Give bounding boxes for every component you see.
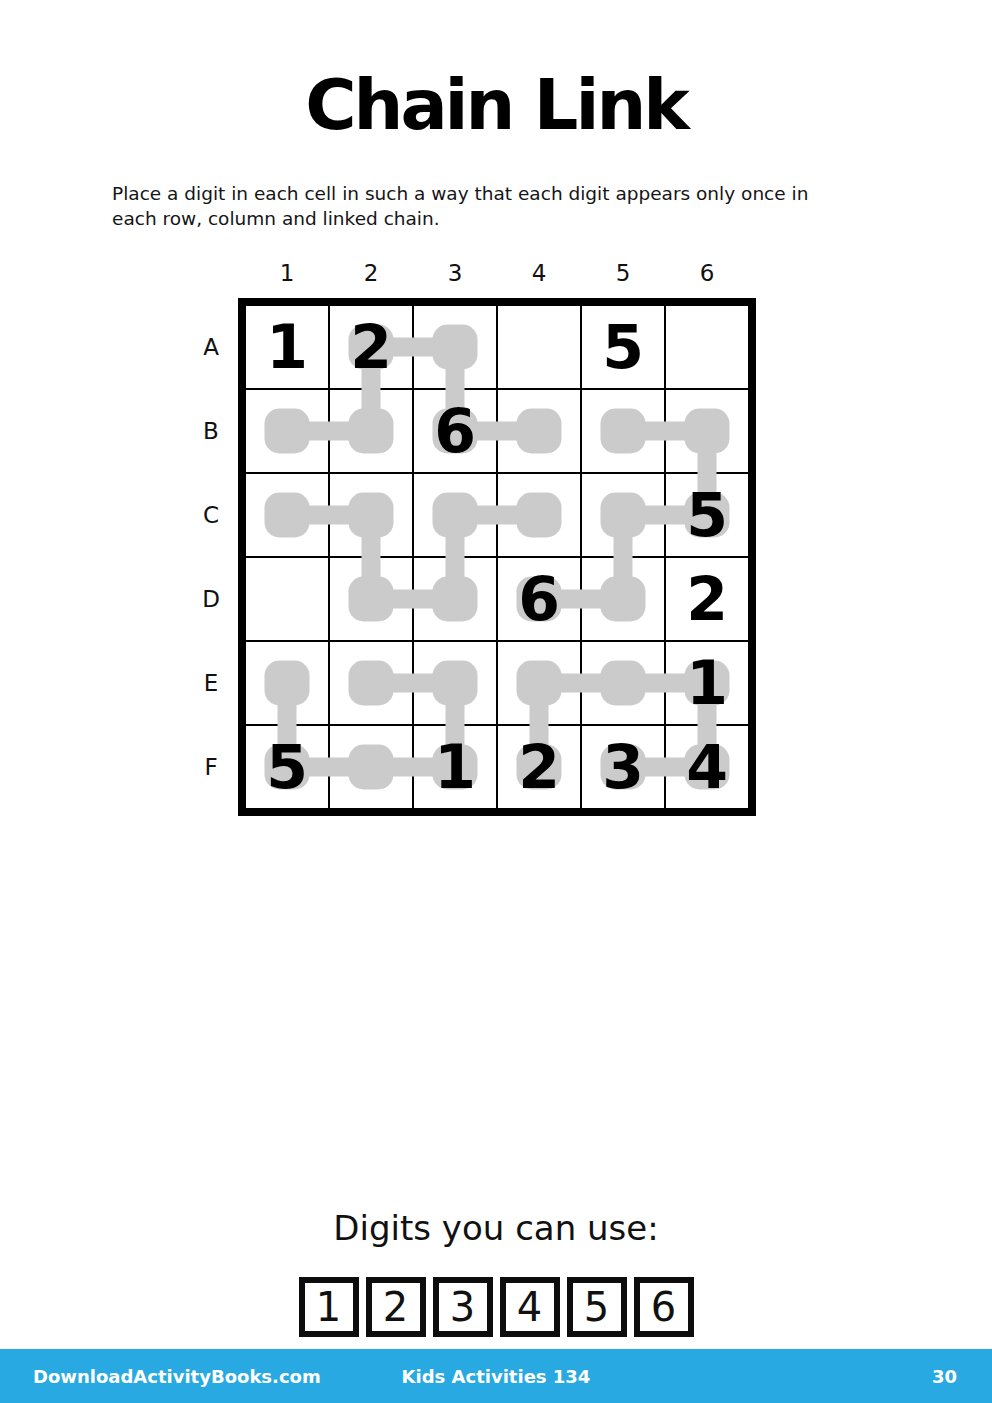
usable-digit-5: 5 [567,1277,627,1337]
cell-A4[interactable] [498,306,580,388]
cell-B4[interactable] [498,390,580,472]
cell-E2[interactable] [330,642,412,724]
column-labels: 123456 [246,260,750,286]
given-cell-F1[interactable]: 5 [246,726,328,808]
instructions-line-2: each row, column and linked chain. [112,208,440,229]
row-label-B: B [194,390,228,472]
cell-A6[interactable] [666,306,748,388]
column-label-3: 3 [414,260,496,286]
given-cell-F3[interactable]: 1 [414,726,496,808]
cell-E5[interactable] [582,642,664,724]
row-label-C: C [194,474,228,556]
cell-A3[interactable] [414,306,496,388]
cell-E4[interactable] [498,642,580,724]
digit-boxes: 123456 [0,1277,992,1337]
given-cell-F6[interactable]: 4 [666,726,748,808]
row-label-E: E [194,642,228,724]
row-labels: ABCDEF [194,306,228,810]
row-label-D: D [194,558,228,640]
digits-label: Digits you can use: [0,1208,992,1248]
column-label-4: 4 [498,260,580,286]
puzzle-grid: 1256562151234 [238,298,756,816]
cell-B2[interactable] [330,390,412,472]
given-cell-E6[interactable]: 1 [666,642,748,724]
given-cell-A5[interactable]: 5 [582,306,664,388]
footer-book-title: Kids Activities 134 [0,1366,992,1387]
cell-C2[interactable] [330,474,412,556]
page-title: Chain Link [0,64,992,146]
column-label-2: 2 [330,260,412,286]
footer: DownloadActivityBooks.com Kids Activitie… [0,1349,992,1403]
cell-D5[interactable] [582,558,664,640]
usable-digit-6: 6 [634,1277,694,1337]
cell-B1[interactable] [246,390,328,472]
given-cell-D4[interactable]: 6 [498,558,580,640]
given-cell-C6[interactable]: 5 [666,474,748,556]
given-cell-F4[interactable]: 2 [498,726,580,808]
row-label-F: F [194,726,228,808]
usable-digit-2: 2 [366,1277,426,1337]
given-cell-A2[interactable]: 2 [330,306,412,388]
column-label-6: 6 [666,260,748,286]
cell-F2[interactable] [330,726,412,808]
column-label-5: 5 [582,260,664,286]
cell-C3[interactable] [414,474,496,556]
given-cell-F5[interactable]: 3 [582,726,664,808]
cell-B5[interactable] [582,390,664,472]
given-cell-A1[interactable]: 1 [246,306,328,388]
footer-page-number: 30 [932,1366,957,1387]
column-label-1: 1 [246,260,328,286]
cell-C4[interactable] [498,474,580,556]
given-cell-B3[interactable]: 6 [414,390,496,472]
grid-cells: 1256562151234 [246,306,748,808]
usable-digit-3: 3 [433,1277,493,1337]
instructions: Place a digit in each cell in such a way… [112,181,912,232]
instructions-line-1: Place a digit in each cell in such a way… [112,183,808,204]
cell-C5[interactable] [582,474,664,556]
cell-C1[interactable] [246,474,328,556]
usable-digit-4: 4 [500,1277,560,1337]
cell-B6[interactable] [666,390,748,472]
row-label-A: A [194,306,228,388]
cell-E1[interactable] [246,642,328,724]
usable-digit-1: 1 [299,1277,359,1337]
cell-D1[interactable] [246,558,328,640]
cell-E3[interactable] [414,642,496,724]
cell-D3[interactable] [414,558,496,640]
given-cell-D6[interactable]: 2 [666,558,748,640]
cell-D2[interactable] [330,558,412,640]
